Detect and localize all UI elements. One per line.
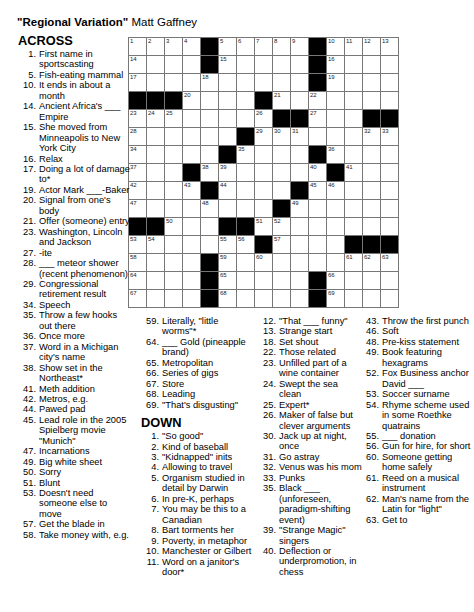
clue-number: 41. bbox=[16, 384, 39, 394]
grid-cell[interactable]: 23 bbox=[129, 110, 147, 128]
grid-cell[interactable] bbox=[237, 56, 255, 74]
grid-cell[interactable] bbox=[255, 74, 273, 92]
grid-cell[interactable] bbox=[165, 200, 183, 218]
grid-cell[interactable] bbox=[345, 218, 363, 236]
clue-number: 3. bbox=[139, 452, 162, 462]
clue: 27.-ite bbox=[16, 248, 130, 258]
clue: 25.Expert* bbox=[256, 400, 362, 410]
grid-cell[interactable] bbox=[219, 128, 237, 146]
grid-cell[interactable] bbox=[255, 182, 273, 200]
crossword-page: "Regional Variation" Matt Gaffney 123456… bbox=[0, 0, 474, 612]
grid-cell[interactable]: 18 bbox=[201, 74, 219, 92]
grid-cell[interactable]: 25 bbox=[165, 110, 183, 128]
grid-cell[interactable]: 48 bbox=[201, 200, 219, 218]
grid-cell[interactable] bbox=[147, 254, 165, 272]
clue-number: 53. bbox=[16, 488, 39, 519]
grid-cell[interactable] bbox=[327, 236, 345, 254]
grid-cell[interactable]: 69 bbox=[327, 290, 345, 308]
clue-number: 21. bbox=[16, 216, 39, 226]
clue-text: "Kidnapped" inits bbox=[162, 452, 254, 462]
clue: 11.Word on a janitor's door* bbox=[139, 557, 254, 578]
grid-cell[interactable]: 3 bbox=[165, 38, 183, 56]
clue-number: 68. bbox=[139, 389, 162, 399]
grid-cell[interactable]: 5 bbox=[219, 38, 237, 56]
clue-number: 23. bbox=[16, 227, 39, 248]
grid-cell[interactable] bbox=[165, 290, 183, 308]
clue-text: Pawed pad bbox=[39, 404, 130, 414]
grid-cell[interactable]: 10 bbox=[327, 38, 345, 56]
clue: 65.Metropolitan bbox=[139, 358, 254, 368]
black-square bbox=[219, 146, 237, 164]
cell-number: 20 bbox=[184, 92, 191, 99]
clue: 35.Throw a few hooks out there bbox=[16, 310, 130, 331]
grid-cell[interactable] bbox=[363, 200, 381, 218]
grid-cell[interactable] bbox=[381, 218, 399, 236]
clue-text: Store bbox=[162, 379, 254, 389]
grid-cell[interactable] bbox=[165, 164, 183, 182]
grid-cell[interactable] bbox=[255, 272, 273, 290]
grid-cell[interactable] bbox=[363, 272, 381, 290]
cell-number: 47 bbox=[130, 200, 137, 207]
clue-text: Go astray bbox=[279, 452, 362, 462]
grid-cell[interactable]: 38 bbox=[201, 164, 219, 182]
clue: 62.Man's name from the Latin for "light" bbox=[359, 494, 471, 515]
grid-cell[interactable] bbox=[309, 236, 327, 254]
clue-text: Congressional retirement result bbox=[39, 279, 130, 300]
grid-cell[interactable] bbox=[291, 56, 309, 74]
grid-cell[interactable]: 47 bbox=[129, 200, 147, 218]
grid-cell[interactable]: 28 bbox=[129, 128, 147, 146]
grid-cell[interactable] bbox=[273, 272, 291, 290]
grid-cell[interactable] bbox=[363, 92, 381, 110]
grid-cell[interactable]: 21 bbox=[273, 92, 291, 110]
grid-cell[interactable] bbox=[201, 128, 219, 146]
grid-cell[interactable]: 37 bbox=[129, 164, 147, 182]
grid-cell[interactable]: 56 bbox=[237, 236, 255, 254]
clue-number: 59. bbox=[139, 316, 162, 337]
grid-cell[interactable] bbox=[165, 254, 183, 272]
black-square bbox=[273, 110, 291, 128]
cell-number: 59 bbox=[220, 254, 227, 261]
clue: 49.Big white sheet bbox=[16, 457, 130, 467]
grid-cell[interactable] bbox=[273, 164, 291, 182]
grid-cell[interactable]: 15 bbox=[219, 56, 237, 74]
clue-number: 10. bbox=[16, 80, 39, 101]
grid-cell[interactable] bbox=[273, 56, 291, 74]
grid-cell[interactable] bbox=[273, 290, 291, 308]
grid-cell[interactable] bbox=[309, 218, 327, 236]
grid-cell[interactable] bbox=[273, 146, 291, 164]
grid-cell[interactable] bbox=[327, 92, 345, 110]
clue-text: "So good" bbox=[162, 431, 254, 441]
clue: 40.Deflection or underpromotion, in ches… bbox=[256, 546, 362, 577]
clue: 3."Kidnapped" inits bbox=[139, 452, 254, 462]
grid-cell[interactable] bbox=[327, 218, 345, 236]
clue: 6.In pre-K, perhaps bbox=[139, 494, 254, 504]
grid-cell[interactable] bbox=[237, 272, 255, 290]
grid-cell[interactable]: 43 bbox=[183, 182, 201, 200]
grid-cell[interactable] bbox=[363, 182, 381, 200]
grid-cell[interactable] bbox=[327, 128, 345, 146]
grid-cell[interactable] bbox=[237, 92, 255, 110]
grid-cell[interactable] bbox=[327, 110, 345, 128]
grid-cell[interactable] bbox=[165, 236, 183, 254]
clue: 28.___ meteor shower (recent phenomenon) bbox=[16, 258, 130, 279]
grid-cell[interactable] bbox=[273, 74, 291, 92]
grid-cell[interactable]: 6 bbox=[237, 38, 255, 56]
grid-cell[interactable] bbox=[147, 290, 165, 308]
grid-cell[interactable]: 52 bbox=[273, 218, 291, 236]
grid-cell[interactable]: 32 bbox=[363, 128, 381, 146]
clue: 37.Word in a Michigan city's name bbox=[16, 342, 130, 363]
grid-cell[interactable] bbox=[255, 290, 273, 308]
clue: 1."So good" bbox=[139, 431, 254, 441]
grid-cell[interactable]: 7 bbox=[255, 38, 273, 56]
grid-cell[interactable] bbox=[237, 74, 255, 92]
grid-cell[interactable] bbox=[237, 200, 255, 218]
clue-number: 33. bbox=[256, 473, 279, 483]
grid-cell[interactable]: 59 bbox=[219, 254, 237, 272]
grid-cell[interactable] bbox=[363, 146, 381, 164]
clue: 45.Lead role in the 2005 Spielberg movie… bbox=[16, 415, 130, 446]
grid-cell[interactable]: 33 bbox=[381, 128, 399, 146]
grid-cell[interactable] bbox=[381, 290, 399, 308]
grid-cell[interactable] bbox=[183, 290, 201, 308]
clue: 10.Manchester or Gilbert bbox=[139, 546, 254, 556]
grid-cell[interactable] bbox=[309, 254, 327, 272]
clue-number: 66. bbox=[139, 368, 162, 378]
clue-text: Rhyme scheme used in some Roethke quatra… bbox=[382, 400, 471, 431]
grid-cell[interactable]: 8 bbox=[273, 38, 291, 56]
grid-cell[interactable] bbox=[219, 200, 237, 218]
clue-number: 1. bbox=[16, 49, 39, 70]
grid-cell[interactable] bbox=[183, 218, 201, 236]
grid-cell[interactable]: 35 bbox=[237, 146, 255, 164]
grid-cell[interactable] bbox=[165, 272, 183, 290]
grid-cell[interactable]: 29 bbox=[255, 128, 273, 146]
grid-cell[interactable] bbox=[291, 236, 309, 254]
clue: 21.Offer (someone) entry bbox=[16, 216, 130, 226]
grid-cell[interactable] bbox=[183, 74, 201, 92]
grid-cell[interactable]: 13 bbox=[381, 38, 399, 56]
clue-column-down-a: 12."That ___ funny"13.Strange start18.Se… bbox=[256, 316, 362, 577]
grid-cell[interactable] bbox=[183, 272, 201, 290]
clue: 8.Bart torments her bbox=[139, 525, 254, 535]
grid-cell[interactable] bbox=[255, 56, 273, 74]
clue-number: 56. bbox=[359, 441, 382, 451]
grid-cell[interactable] bbox=[183, 146, 201, 164]
clue-number: 62. bbox=[359, 494, 382, 515]
grid-cell[interactable] bbox=[291, 272, 309, 290]
grid-cell[interactable] bbox=[183, 128, 201, 146]
grid-cell[interactable]: 64 bbox=[129, 272, 147, 290]
grid-cell[interactable] bbox=[147, 200, 165, 218]
clue-column-across: ACROSS1.First name in sportscasting5.Fis… bbox=[16, 34, 130, 540]
grid-cell[interactable] bbox=[201, 110, 219, 128]
grid-cell[interactable] bbox=[147, 164, 165, 182]
cell-number: 16 bbox=[328, 56, 335, 63]
clue-number: 43. bbox=[359, 316, 382, 326]
grid-cell[interactable] bbox=[345, 110, 363, 128]
grid-cell[interactable] bbox=[147, 272, 165, 290]
clue-text: -ite bbox=[39, 248, 130, 258]
clue-number: 67. bbox=[139, 379, 162, 389]
grid-cell[interactable]: 39 bbox=[219, 164, 237, 182]
grid-cell[interactable] bbox=[363, 218, 381, 236]
clue-text: Throw a few hooks out there bbox=[39, 310, 130, 331]
black-square bbox=[381, 110, 399, 128]
clue-number: 61. bbox=[359, 473, 382, 494]
grid-cell[interactable] bbox=[345, 182, 363, 200]
grid-cell[interactable]: 19 bbox=[327, 74, 345, 92]
grid-cell[interactable]: 44 bbox=[219, 182, 237, 200]
grid-cell[interactable] bbox=[381, 74, 399, 92]
grid-cell[interactable]: 11 bbox=[345, 38, 363, 56]
cell-number: 19 bbox=[328, 74, 335, 81]
grid-cell[interactable] bbox=[147, 74, 165, 92]
grid-cell[interactable] bbox=[291, 218, 309, 236]
black-square bbox=[291, 182, 309, 200]
cell-number: 43 bbox=[184, 182, 191, 189]
grid-cell[interactable] bbox=[363, 290, 381, 308]
grid-cell[interactable]: 42 bbox=[129, 182, 147, 200]
grid-cell[interactable] bbox=[327, 254, 345, 272]
grid-cell[interactable]: 51 bbox=[255, 218, 273, 236]
cell-number: 10 bbox=[328, 38, 335, 45]
grid-cell[interactable] bbox=[147, 182, 165, 200]
grid-cell[interactable]: 34 bbox=[129, 146, 147, 164]
cell-number: 4 bbox=[184, 38, 187, 45]
grid-cell[interactable] bbox=[327, 200, 345, 218]
black-square bbox=[273, 200, 291, 218]
cell-number: 31 bbox=[292, 128, 299, 135]
grid-cell[interactable] bbox=[345, 74, 363, 92]
clue-text: In pre-K, perhaps bbox=[162, 494, 254, 504]
grid-cell[interactable] bbox=[345, 92, 363, 110]
grid-cell[interactable] bbox=[345, 200, 363, 218]
grid-cell[interactable] bbox=[363, 74, 381, 92]
grid-cell[interactable] bbox=[255, 200, 273, 218]
clue: 22.Those related bbox=[256, 347, 362, 357]
grid-cell[interactable] bbox=[381, 56, 399, 74]
black-square bbox=[309, 74, 327, 92]
grid-cell[interactable]: 30 bbox=[273, 128, 291, 146]
clue-text: Throw the first punch bbox=[382, 316, 471, 326]
cell-number: 7 bbox=[256, 38, 259, 45]
black-square bbox=[363, 236, 381, 254]
grid-cell[interactable] bbox=[291, 164, 309, 182]
grid-cell[interactable] bbox=[381, 272, 399, 290]
grid-cell[interactable]: 27 bbox=[309, 110, 327, 128]
cell-number: 2 bbox=[148, 38, 151, 45]
grid-cell[interactable] bbox=[345, 272, 363, 290]
grid-cell[interactable]: 65 bbox=[219, 272, 237, 290]
grid-cell[interactable] bbox=[165, 128, 183, 146]
grid-cell[interactable]: 16 bbox=[327, 56, 345, 74]
grid-cell[interactable] bbox=[345, 146, 363, 164]
grid-cell[interactable] bbox=[255, 164, 273, 182]
clue-number: 14. bbox=[16, 101, 39, 122]
cell-number: 49 bbox=[292, 200, 299, 207]
grid-cell[interactable]: 31 bbox=[291, 128, 309, 146]
grid-cell[interactable] bbox=[345, 128, 363, 146]
grid-cell[interactable]: 63 bbox=[381, 254, 399, 272]
clue-text: Lead role in the 2005 Spielberg movie "M… bbox=[39, 415, 130, 446]
grid-cell[interactable]: 26 bbox=[255, 110, 273, 128]
grid-cell[interactable] bbox=[237, 182, 255, 200]
clue-text: "That ___ funny" bbox=[279, 316, 362, 326]
grid-cell[interactable] bbox=[219, 92, 237, 110]
grid-cell[interactable] bbox=[237, 290, 255, 308]
clue: 15.She moved from Minneapolis to New Yor… bbox=[16, 122, 130, 153]
grid-cell[interactable] bbox=[183, 236, 201, 254]
grid-cell[interactable] bbox=[165, 56, 183, 74]
clue-number: 44. bbox=[16, 404, 39, 414]
clue-text: Meth addition bbox=[39, 384, 130, 394]
grid-cell[interactable]: 67 bbox=[129, 290, 147, 308]
grid-cell[interactable]: 9 bbox=[291, 38, 309, 56]
cell-number: 40 bbox=[310, 164, 317, 171]
grid-cell[interactable]: 36 bbox=[327, 146, 345, 164]
clue: 17.Doing a lot of damage to* bbox=[16, 164, 130, 185]
cell-number: 23 bbox=[130, 110, 137, 117]
grid-cell[interactable] bbox=[381, 146, 399, 164]
grid-cell[interactable]: 57 bbox=[273, 236, 291, 254]
grid-cell[interactable] bbox=[183, 56, 201, 74]
grid-cell[interactable]: 12 bbox=[363, 38, 381, 56]
grid-cell[interactable] bbox=[219, 110, 237, 128]
grid-cell[interactable] bbox=[201, 92, 219, 110]
grid-cell[interactable]: 68 bbox=[219, 290, 237, 308]
grid-cell[interactable]: 62 bbox=[363, 254, 381, 272]
grid-cell[interactable] bbox=[183, 200, 201, 218]
cell-number: 50 bbox=[166, 218, 173, 225]
grid-cell[interactable] bbox=[345, 56, 363, 74]
clue-text: Reed on a musical instrument bbox=[382, 473, 471, 494]
clue: 7.You may be this to a Canadian bbox=[139, 504, 254, 525]
grid-cell[interactable] bbox=[165, 74, 183, 92]
grid-cell[interactable] bbox=[201, 236, 219, 254]
grid-cell[interactable] bbox=[147, 146, 165, 164]
grid-cell[interactable] bbox=[255, 146, 273, 164]
clue-number: 12. bbox=[256, 316, 279, 326]
clue-column-down-b: 43.Throw the first punch46.Soft48.Pre-ki… bbox=[359, 316, 471, 525]
grid-cell[interactable] bbox=[183, 110, 201, 128]
clue-text: Offer (someone) entry bbox=[39, 216, 130, 226]
black-square bbox=[309, 56, 327, 74]
clue: 64.___ Gold (pineapple brand) bbox=[139, 337, 254, 358]
grid-cell[interactable]: 45 bbox=[309, 182, 327, 200]
grid-cell[interactable] bbox=[381, 92, 399, 110]
grid-cell[interactable] bbox=[291, 74, 309, 92]
grid-cell[interactable] bbox=[291, 146, 309, 164]
grid-cell[interactable] bbox=[165, 182, 183, 200]
grid-cell[interactable] bbox=[363, 164, 381, 182]
grid-cell[interactable] bbox=[219, 74, 237, 92]
grid-cell[interactable] bbox=[147, 56, 165, 74]
clue: 12."That ___ funny" bbox=[256, 316, 362, 326]
crossword-grid[interactable]: 1234567891011121314151617181920212223242… bbox=[128, 37, 399, 308]
grid-cell[interactable] bbox=[201, 146, 219, 164]
grid-cell[interactable]: 54 bbox=[147, 236, 165, 254]
clue-text: Take money with, e.g. bbox=[39, 530, 130, 540]
clue: 66.Series of gigs bbox=[139, 368, 254, 378]
grid-cell[interactable] bbox=[291, 254, 309, 272]
grid-cell[interactable] bbox=[363, 56, 381, 74]
grid-cell[interactable] bbox=[237, 164, 255, 182]
cell-number: 42 bbox=[130, 182, 137, 189]
grid-cell[interactable] bbox=[381, 200, 399, 218]
grid-cell[interactable] bbox=[345, 290, 363, 308]
clue-text: Bart torments her bbox=[162, 525, 254, 535]
black-square bbox=[291, 110, 309, 128]
grid-cell[interactable] bbox=[237, 254, 255, 272]
grid-cell[interactable]: 49 bbox=[291, 200, 309, 218]
grid-cell[interactable]: 66 bbox=[327, 272, 345, 290]
grid-cell[interactable] bbox=[237, 110, 255, 128]
grid-cell[interactable]: 61 bbox=[345, 254, 363, 272]
grid-cell[interactable]: 4 bbox=[183, 38, 201, 56]
clue: 59.Literally, "little worms"* bbox=[139, 316, 254, 337]
clue-number: 37. bbox=[16, 342, 39, 363]
grid-cell[interactable]: 22 bbox=[309, 92, 327, 110]
clue-number: 19. bbox=[16, 185, 39, 195]
grid-cell[interactable]: 24 bbox=[147, 110, 165, 128]
grid-cell[interactable] bbox=[273, 254, 291, 272]
grid-cell[interactable] bbox=[381, 182, 399, 200]
grid-cell[interactable]: 50 bbox=[165, 218, 183, 236]
grid-cell[interactable] bbox=[273, 182, 291, 200]
clue-number: 2. bbox=[139, 442, 162, 452]
clue-text: Literally, "little worms"* bbox=[162, 316, 254, 337]
grid-cell[interactable] bbox=[309, 200, 327, 218]
grid-cell[interactable]: 41 bbox=[345, 164, 363, 182]
grid-cell[interactable]: 58 bbox=[129, 254, 147, 272]
grid-cell[interactable] bbox=[183, 254, 201, 272]
grid-cell[interactable]: 2 bbox=[147, 38, 165, 56]
grid-cell[interactable]: 17 bbox=[129, 74, 147, 92]
clue-number: 35. bbox=[16, 310, 39, 331]
grid-cell[interactable] bbox=[165, 146, 183, 164]
clue-text: Unfilled part of a wine container bbox=[279, 358, 362, 379]
grid-cell[interactable]: 46 bbox=[327, 182, 345, 200]
grid-cell[interactable]: 20 bbox=[183, 92, 201, 110]
clue-text: ___ meteor shower (recent phenomenon) bbox=[39, 258, 130, 279]
grid-cell[interactable] bbox=[309, 128, 327, 146]
clue: 55.___ donation bbox=[359, 431, 471, 441]
cell-number: 18 bbox=[202, 74, 209, 81]
clue-text: Signal from one's body bbox=[39, 195, 130, 216]
grid-cell[interactable] bbox=[291, 92, 309, 110]
cell-number: 15 bbox=[220, 56, 227, 63]
clue-text: Get to bbox=[382, 515, 471, 525]
clue-number: 31. bbox=[256, 452, 279, 462]
clue: 26.Maker of false but clever arguments bbox=[256, 410, 362, 431]
grid-cell[interactable] bbox=[147, 128, 165, 146]
grid-cell[interactable]: 40 bbox=[309, 164, 327, 182]
grid-cell[interactable] bbox=[381, 164, 399, 182]
grid-cell[interactable]: 60 bbox=[255, 254, 273, 272]
grid-cell[interactable]: 14 bbox=[129, 56, 147, 74]
grid-cell[interactable]: 55 bbox=[219, 236, 237, 254]
clue-text: Organism studied in detail by Darwin bbox=[162, 473, 254, 494]
grid-cell[interactable]: 1 bbox=[129, 38, 147, 56]
grid-cell[interactable] bbox=[291, 290, 309, 308]
grid-cell[interactable] bbox=[201, 218, 219, 236]
cell-number: 60 bbox=[256, 254, 263, 261]
cell-number: 27 bbox=[310, 110, 317, 117]
grid-cell[interactable]: 53 bbox=[129, 236, 147, 254]
